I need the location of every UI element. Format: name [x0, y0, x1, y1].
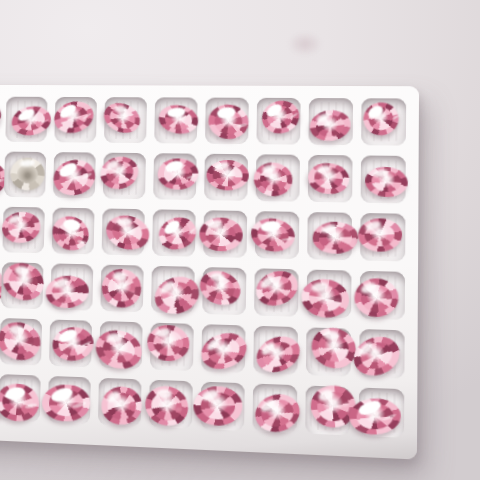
pink-rhinestone	[352, 277, 400, 320]
tray-cell	[54, 97, 97, 143]
pink-rhinestone	[308, 107, 353, 143]
tray-cell	[4, 152, 46, 198]
pink-rhinestone	[156, 102, 200, 136]
pink-rhinestone	[97, 264, 147, 314]
tray-cell	[50, 263, 93, 310]
pink-rhinestone	[158, 158, 199, 190]
photo-rhinestone-tray	[0, 0, 480, 480]
pink-rhinestone	[154, 212, 200, 254]
tray-cell	[252, 384, 297, 434]
tray-cell	[203, 210, 247, 258]
tray-cell	[305, 386, 350, 436]
pink-rhinestone	[348, 396, 403, 435]
tray-cell	[53, 152, 96, 198]
tray-cell	[99, 321, 143, 369]
tray-cell	[153, 153, 197, 200]
tray-cell	[306, 327, 351, 376]
pink-rhinestone	[252, 160, 294, 198]
tray-cell	[200, 382, 244, 431]
pink-rhinestone	[97, 152, 142, 193]
pink-rhinestone	[192, 386, 243, 426]
pink-rhinestone	[206, 160, 248, 191]
tray-cell	[201, 324, 245, 373]
tray-cell	[151, 266, 195, 314]
cell-grid	[0, 97, 406, 438]
pink-rhinestone	[0, 97, 5, 137]
tray-cell	[49, 319, 92, 367]
pink-rhinestone	[99, 98, 145, 138]
tray-cell	[1, 262, 44, 309]
tray-cell	[0, 374, 41, 422]
tray-cell	[48, 376, 91, 424]
tray-cell	[149, 380, 193, 429]
pink-rhinestone	[249, 215, 297, 254]
tray-cell	[104, 97, 147, 143]
tray-cell	[5, 97, 47, 142]
tray-cell	[253, 326, 298, 375]
pink-rhinestone	[146, 323, 191, 363]
pink-rhinestone	[0, 317, 45, 365]
tray-cell	[255, 211, 299, 259]
pink-rhinestone	[41, 384, 90, 421]
tray-cell	[307, 212, 352, 260]
tray-cell	[307, 270, 352, 319]
tray-cell	[100, 265, 143, 313]
tray-cell	[308, 155, 353, 203]
pink-rhinestone	[44, 274, 90, 310]
tray-cell	[154, 97, 197, 143]
upside-down-rhinestone	[7, 155, 46, 192]
tray-cell	[52, 208, 95, 255]
tray-cell	[103, 153, 146, 200]
pink-rhinestone	[0, 257, 49, 307]
tray-cell	[102, 208, 145, 255]
pink-rhinestone	[250, 388, 306, 438]
pink-rhinestone	[92, 325, 147, 374]
pink-rhinestone	[357, 217, 402, 252]
tray-cell	[2, 207, 44, 253]
pink-rhinestone	[196, 326, 252, 374]
tray-cell	[150, 323, 194, 371]
tray-cell	[98, 378, 142, 427]
tray-cell	[359, 329, 405, 379]
pink-rhinestone	[360, 99, 404, 140]
tray-cell	[152, 209, 196, 256]
pink-rhinestone	[103, 211, 153, 254]
tray-cell	[254, 268, 299, 316]
tray-cell	[360, 271, 405, 320]
pink-rhinestone	[47, 210, 95, 257]
pink-rhinestone	[306, 321, 362, 375]
tray-cell	[256, 98, 300, 145]
tray-cell	[360, 213, 405, 262]
tray-cell	[256, 154, 300, 201]
pink-rhinestone	[347, 330, 406, 382]
pink-rhinestone	[306, 161, 350, 196]
tray-cell	[0, 318, 42, 366]
pink-rhinestone	[50, 156, 98, 199]
tray-cell	[361, 155, 406, 203]
pink-rhinestone	[150, 270, 205, 319]
background-smudge	[288, 32, 322, 56]
pink-rhinestone	[0, 381, 41, 423]
pink-rhinestone	[199, 217, 243, 253]
pink-rhinestone	[97, 384, 145, 429]
pink-rhinestone	[50, 325, 95, 363]
pink-rhinestone	[10, 103, 53, 138]
pink-rhinestone	[299, 276, 352, 321]
pink-rhinestone	[205, 102, 250, 142]
pink-rhinestone	[251, 330, 306, 379]
pink-rhinestone	[250, 265, 303, 312]
tray-cell	[204, 154, 248, 201]
tray-cell	[359, 388, 405, 438]
pink-rhinestone	[51, 97, 97, 137]
pink-rhinestone	[0, 209, 42, 245]
pink-rhinestone	[140, 381, 193, 432]
pink-rhinestone	[312, 221, 359, 254]
tray-cell	[361, 98, 406, 145]
tray-cell	[205, 98, 249, 145]
pink-rhinestone	[195, 265, 245, 310]
tray-cell	[202, 267, 246, 315]
storage-tray	[0, 85, 419, 460]
pink-rhinestone	[258, 96, 303, 138]
tray-cell	[308, 98, 353, 145]
pink-rhinestone	[363, 165, 408, 198]
